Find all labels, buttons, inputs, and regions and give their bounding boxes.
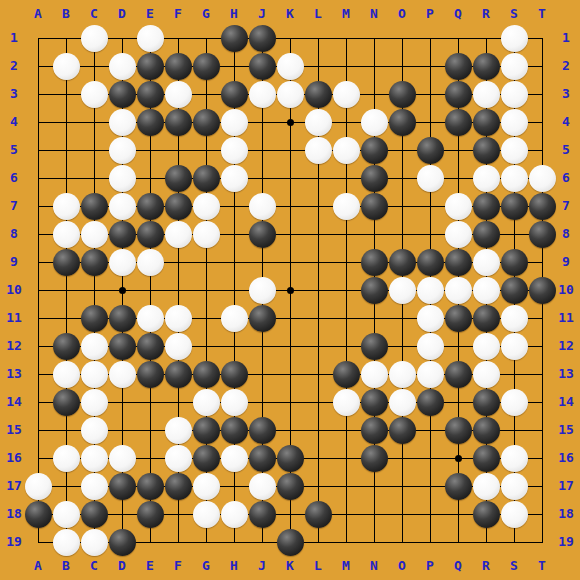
- stone-white-b16: [53, 445, 80, 472]
- stone-white-o13: [389, 361, 416, 388]
- coord-label-right-5: 5: [553, 142, 579, 158]
- stone-black-g2: [193, 53, 220, 80]
- coord-label-top-q: Q: [445, 6, 471, 22]
- coord-label-bottom-f: F: [165, 558, 191, 574]
- stone-black-j8: [249, 221, 276, 248]
- stone-white-j7: [249, 193, 276, 220]
- coord-label-left-4: 4: [1, 114, 27, 130]
- stone-white-c16: [81, 445, 108, 472]
- stone-white-m5: [333, 137, 360, 164]
- stone-black-o4: [389, 109, 416, 136]
- stone-black-p5: [417, 137, 444, 164]
- coord-label-top-k: K: [277, 6, 303, 22]
- coord-label-top-e: E: [137, 6, 163, 22]
- stone-white-g7: [193, 193, 220, 220]
- coord-label-top-t: T: [529, 6, 555, 22]
- stone-black-r7: [473, 193, 500, 220]
- stone-black-q17: [445, 473, 472, 500]
- stone-black-f4: [165, 109, 192, 136]
- coord-label-right-2: 2: [553, 58, 579, 74]
- stone-white-g18: [193, 501, 220, 528]
- stone-white-b19: [53, 529, 80, 556]
- stone-black-t7: [529, 193, 556, 220]
- coord-label-top-a: A: [25, 6, 51, 22]
- stone-black-e7: [137, 193, 164, 220]
- stone-black-d11: [109, 305, 136, 332]
- stone-white-p11: [417, 305, 444, 332]
- stone-white-s3: [501, 81, 528, 108]
- stone-black-c7: [81, 193, 108, 220]
- stone-white-h11: [221, 305, 248, 332]
- stone-white-s14: [501, 389, 528, 416]
- stone-black-g6: [193, 165, 220, 192]
- coord-label-left-17: 17: [1, 478, 27, 494]
- stone-white-p6: [417, 165, 444, 192]
- stone-black-f17: [165, 473, 192, 500]
- stone-white-f12: [165, 333, 192, 360]
- stone-white-d7: [109, 193, 136, 220]
- stone-white-e11: [137, 305, 164, 332]
- stone-black-j16: [249, 445, 276, 472]
- coord-label-bottom-t: T: [529, 558, 555, 574]
- stone-black-e3: [137, 81, 164, 108]
- stone-black-t8: [529, 221, 556, 248]
- coord-label-bottom-l: L: [305, 558, 331, 574]
- coord-label-right-16: 16: [553, 450, 579, 466]
- stone-white-f11: [165, 305, 192, 332]
- coord-label-left-10: 10: [1, 282, 27, 298]
- stone-white-g17: [193, 473, 220, 500]
- coord-label-bottom-c: C: [81, 558, 107, 574]
- coord-label-left-11: 11: [1, 310, 27, 326]
- stone-black-n9: [361, 249, 388, 276]
- stone-white-d16: [109, 445, 136, 472]
- coord-label-right-18: 18: [553, 506, 579, 522]
- stone-white-c14: [81, 389, 108, 416]
- coord-label-top-p: P: [417, 6, 443, 22]
- coord-label-bottom-p: P: [417, 558, 443, 574]
- stone-black-n14: [361, 389, 388, 416]
- coord-label-top-f: F: [165, 6, 191, 22]
- coord-label-right-4: 4: [553, 114, 579, 130]
- stone-black-j11: [249, 305, 276, 332]
- coord-label-left-8: 8: [1, 226, 27, 242]
- stone-black-n16: [361, 445, 388, 472]
- stone-white-k3: [277, 81, 304, 108]
- stone-black-d17: [109, 473, 136, 500]
- star-point-k10: [287, 287, 294, 294]
- coord-label-top-m: M: [333, 6, 359, 22]
- stone-white-k2: [277, 53, 304, 80]
- stone-white-b18: [53, 501, 80, 528]
- stone-white-s12: [501, 333, 528, 360]
- stone-black-k16: [277, 445, 304, 472]
- stone-white-r12: [473, 333, 500, 360]
- stone-white-n4: [361, 109, 388, 136]
- stone-black-m13: [333, 361, 360, 388]
- stone-black-r2: [473, 53, 500, 80]
- stone-white-c13: [81, 361, 108, 388]
- stone-white-r17: [473, 473, 500, 500]
- stone-white-q8: [445, 221, 472, 248]
- star-point-d10: [119, 287, 126, 294]
- stone-black-q9: [445, 249, 472, 276]
- stone-black-d19: [109, 529, 136, 556]
- coord-label-top-c: C: [81, 6, 107, 22]
- stone-black-b12: [53, 333, 80, 360]
- coord-label-bottom-k: K: [277, 558, 303, 574]
- stone-black-h1: [221, 25, 248, 52]
- stone-black-c11: [81, 305, 108, 332]
- stone-white-g14: [193, 389, 220, 416]
- stone-black-g15: [193, 417, 220, 444]
- stone-black-j18: [249, 501, 276, 528]
- stone-white-b7: [53, 193, 80, 220]
- stone-black-e2: [137, 53, 164, 80]
- stone-white-s18: [501, 501, 528, 528]
- coord-label-left-14: 14: [1, 394, 27, 410]
- stone-black-r18: [473, 501, 500, 528]
- coord-label-bottom-j: J: [249, 558, 275, 574]
- coord-label-left-5: 5: [1, 142, 27, 158]
- coord-label-bottom-h: H: [221, 558, 247, 574]
- coord-label-top-r: R: [473, 6, 499, 22]
- coord-label-left-19: 19: [1, 534, 27, 550]
- stone-white-c19: [81, 529, 108, 556]
- stone-white-c12: [81, 333, 108, 360]
- stone-black-n7: [361, 193, 388, 220]
- stone-black-q13: [445, 361, 472, 388]
- coord-label-right-10: 10: [553, 282, 579, 298]
- stone-white-s4: [501, 109, 528, 136]
- stone-black-h13: [221, 361, 248, 388]
- stone-white-t6: [529, 165, 556, 192]
- coord-label-bottom-g: G: [193, 558, 219, 574]
- stone-white-f8: [165, 221, 192, 248]
- coord-label-left-7: 7: [1, 198, 27, 214]
- coord-label-left-3: 3: [1, 86, 27, 102]
- stone-white-f3: [165, 81, 192, 108]
- stone-white-r13: [473, 361, 500, 388]
- coord-label-right-1: 1: [553, 30, 579, 46]
- stone-black-n12: [361, 333, 388, 360]
- coord-label-bottom-d: D: [109, 558, 135, 574]
- star-point-q16: [455, 455, 462, 462]
- stone-white-j17: [249, 473, 276, 500]
- stone-white-d2: [109, 53, 136, 80]
- coord-label-left-9: 9: [1, 254, 27, 270]
- stone-white-b13: [53, 361, 80, 388]
- stone-black-e13: [137, 361, 164, 388]
- stone-black-p14: [417, 389, 444, 416]
- stone-black-s7: [501, 193, 528, 220]
- coord-label-top-h: H: [221, 6, 247, 22]
- stone-black-p9: [417, 249, 444, 276]
- stone-black-n6: [361, 165, 388, 192]
- stone-black-j15: [249, 417, 276, 444]
- stone-black-q3: [445, 81, 472, 108]
- stone-black-d3: [109, 81, 136, 108]
- stone-white-d9: [109, 249, 136, 276]
- coord-label-right-11: 11: [553, 310, 579, 326]
- stone-black-e17: [137, 473, 164, 500]
- coord-label-right-7: 7: [553, 198, 579, 214]
- stone-black-o15: [389, 417, 416, 444]
- stone-white-s16: [501, 445, 528, 472]
- stone-black-r8: [473, 221, 500, 248]
- stone-white-m14: [333, 389, 360, 416]
- stone-black-e4: [137, 109, 164, 136]
- coord-label-right-14: 14: [553, 394, 579, 410]
- stone-white-h5: [221, 137, 248, 164]
- stone-black-f2: [165, 53, 192, 80]
- stone-black-r16: [473, 445, 500, 472]
- stone-black-q2: [445, 53, 472, 80]
- stone-black-g13: [193, 361, 220, 388]
- stone-black-f13: [165, 361, 192, 388]
- stone-black-s9: [501, 249, 528, 276]
- stone-black-g16: [193, 445, 220, 472]
- stone-white-d6: [109, 165, 136, 192]
- stone-black-f6: [165, 165, 192, 192]
- star-point-k4: [287, 119, 294, 126]
- stone-white-b8: [53, 221, 80, 248]
- coord-label-top-d: D: [109, 6, 135, 22]
- stone-black-g4: [193, 109, 220, 136]
- coord-label-bottom-r: R: [473, 558, 499, 574]
- stone-white-s17: [501, 473, 528, 500]
- coord-label-right-8: 8: [553, 226, 579, 242]
- stone-white-e1: [137, 25, 164, 52]
- stone-black-n10: [361, 277, 388, 304]
- stone-black-a18: [25, 501, 52, 528]
- stone-black-c9: [81, 249, 108, 276]
- stone-black-r4: [473, 109, 500, 136]
- stone-white-h18: [221, 501, 248, 528]
- coord-label-top-o: O: [389, 6, 415, 22]
- stone-black-k17: [277, 473, 304, 500]
- stone-black-h15: [221, 417, 248, 444]
- stone-black-d12: [109, 333, 136, 360]
- stone-black-e12: [137, 333, 164, 360]
- stone-black-l3: [305, 81, 332, 108]
- stone-white-s1: [501, 25, 528, 52]
- stone-black-l18: [305, 501, 332, 528]
- coord-label-top-l: L: [305, 6, 331, 22]
- stone-black-c18: [81, 501, 108, 528]
- stone-white-g8: [193, 221, 220, 248]
- coord-label-bottom-o: O: [389, 558, 415, 574]
- coord-label-top-s: S: [501, 6, 527, 22]
- stone-black-e8: [137, 221, 164, 248]
- stone-white-s5: [501, 137, 528, 164]
- stone-black-b9: [53, 249, 80, 276]
- stone-black-r15: [473, 417, 500, 444]
- stone-white-h4: [221, 109, 248, 136]
- stone-white-m3: [333, 81, 360, 108]
- coord-label-right-6: 6: [553, 170, 579, 186]
- coord-label-top-n: N: [361, 6, 387, 22]
- stone-white-d4: [109, 109, 136, 136]
- coord-label-right-19: 19: [553, 534, 579, 550]
- coord-label-left-16: 16: [1, 450, 27, 466]
- stone-white-p10: [417, 277, 444, 304]
- stone-black-d8: [109, 221, 136, 248]
- coord-label-bottom-e: E: [137, 558, 163, 574]
- coord-label-bottom-m: M: [333, 558, 359, 574]
- stone-black-h3: [221, 81, 248, 108]
- coord-label-left-1: 1: [1, 30, 27, 46]
- coord-label-right-3: 3: [553, 86, 579, 102]
- stone-black-q15: [445, 417, 472, 444]
- stone-white-b2: [53, 53, 80, 80]
- stone-black-q4: [445, 109, 472, 136]
- stone-white-h6: [221, 165, 248, 192]
- coord-label-right-9: 9: [553, 254, 579, 270]
- coord-label-left-2: 2: [1, 58, 27, 74]
- stone-white-c15: [81, 417, 108, 444]
- stone-black-q11: [445, 305, 472, 332]
- stone-white-o14: [389, 389, 416, 416]
- stone-black-o3: [389, 81, 416, 108]
- stone-white-c1: [81, 25, 108, 52]
- stone-black-n15: [361, 417, 388, 444]
- stone-black-e18: [137, 501, 164, 528]
- stone-white-a17: [25, 473, 52, 500]
- coord-label-bottom-a: A: [25, 558, 51, 574]
- coord-label-bottom-n: N: [361, 558, 387, 574]
- stone-black-j1: [249, 25, 276, 52]
- stone-white-q7: [445, 193, 472, 220]
- stone-black-j2: [249, 53, 276, 80]
- stone-white-m7: [333, 193, 360, 220]
- stone-black-k19: [277, 529, 304, 556]
- coord-label-left-13: 13: [1, 366, 27, 382]
- stone-black-r11: [473, 305, 500, 332]
- stone-white-q10: [445, 277, 472, 304]
- stone-black-n5: [361, 137, 388, 164]
- stone-black-r14: [473, 389, 500, 416]
- stone-black-r5: [473, 137, 500, 164]
- coord-label-top-j: J: [249, 6, 275, 22]
- stone-white-f16: [165, 445, 192, 472]
- stone-black-f7: [165, 193, 192, 220]
- stone-black-b14: [53, 389, 80, 416]
- coord-label-top-g: G: [193, 6, 219, 22]
- stone-white-p12: [417, 333, 444, 360]
- coord-label-right-13: 13: [553, 366, 579, 382]
- coord-label-left-18: 18: [1, 506, 27, 522]
- stone-white-c8: [81, 221, 108, 248]
- stone-white-s11: [501, 305, 528, 332]
- stone-white-j10: [249, 277, 276, 304]
- coord-label-right-12: 12: [553, 338, 579, 354]
- coord-label-bottom-q: Q: [445, 558, 471, 574]
- stone-white-o10: [389, 277, 416, 304]
- coord-label-left-12: 12: [1, 338, 27, 354]
- stone-white-s2: [501, 53, 528, 80]
- stone-black-t10: [529, 277, 556, 304]
- stone-white-d5: [109, 137, 136, 164]
- stone-white-c3: [81, 81, 108, 108]
- coord-label-left-15: 15: [1, 422, 27, 438]
- stone-white-h14: [221, 389, 248, 416]
- stone-white-e9: [137, 249, 164, 276]
- stone-white-p13: [417, 361, 444, 388]
- coord-label-top-b: B: [53, 6, 79, 22]
- stone-black-o9: [389, 249, 416, 276]
- coord-label-left-6: 6: [1, 170, 27, 186]
- stone-white-r3: [473, 81, 500, 108]
- stone-black-s10: [501, 277, 528, 304]
- stone-white-r6: [473, 165, 500, 192]
- stone-white-l4: [305, 109, 332, 136]
- coord-label-bottom-s: S: [501, 558, 527, 574]
- stone-white-r9: [473, 249, 500, 276]
- coord-label-right-15: 15: [553, 422, 579, 438]
- stone-white-l5: [305, 137, 332, 164]
- stone-white-h16: [221, 445, 248, 472]
- stone-white-d13: [109, 361, 136, 388]
- stone-white-f15: [165, 417, 192, 444]
- go-board[interactable]: AABBCCDDEEFFGGHHJJKKLLMMNNOOPPQQRRSSTT11…: [0, 0, 580, 580]
- stone-white-s6: [501, 165, 528, 192]
- coord-label-bottom-b: B: [53, 558, 79, 574]
- stone-white-n13: [361, 361, 388, 388]
- stone-white-j3: [249, 81, 276, 108]
- coord-label-right-17: 17: [553, 478, 579, 494]
- stone-white-c17: [81, 473, 108, 500]
- stone-white-r10: [473, 277, 500, 304]
